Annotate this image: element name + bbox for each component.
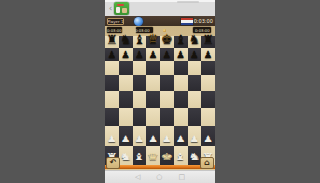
- black-knight: ♞: [120, 33, 132, 46]
- opponent-bar: Player 1 0:03:00: [105, 16, 215, 26]
- square-a4[interactable]: [105, 91, 119, 108]
- square-g8[interactable]: ♞: [188, 36, 202, 48]
- black-pawn: ♟: [149, 50, 158, 60]
- square-h8[interactable]: ♜: [201, 36, 215, 48]
- white-pawn: ♟: [162, 135, 172, 144]
- white-pawn: ♟: [134, 135, 144, 144]
- nav-recents-icon[interactable]: □: [178, 174, 185, 181]
- square-d3[interactable]: [146, 108, 160, 127]
- square-g7[interactable]: ♟: [188, 48, 202, 61]
- black-pawn: ♟: [204, 50, 213, 60]
- black-rook: ♜: [202, 33, 214, 46]
- undo-button[interactable]: ↶: [106, 157, 120, 169]
- app-logo-detail: [122, 8, 127, 13]
- square-b7[interactable]: ♟: [119, 48, 133, 61]
- square-b8[interactable]: ♞: [119, 36, 133, 48]
- move-timer-chip: 0:03:00: [136, 27, 153, 33]
- square-f5[interactable]: [174, 75, 188, 91]
- white-pawn: ♟: [148, 135, 158, 144]
- white-clock-chip: 0:03:00: [107, 27, 122, 33]
- white-bishop: ♝: [133, 152, 146, 162]
- square-e2[interactable]: ♟: [160, 126, 174, 146]
- status-bar-text: [177, 1, 199, 3]
- square-f8[interactable]: ♝: [174, 36, 188, 48]
- square-e5[interactable]: [160, 75, 174, 91]
- white-pawn: ♟: [121, 135, 131, 144]
- board-rank-2: ♟♟♟♟♟♟♟♟: [105, 126, 215, 146]
- square-a8[interactable]: ♜: [105, 36, 119, 48]
- gold-piece-icon: [163, 29, 166, 32]
- square-c8[interactable]: ♝: [133, 36, 147, 48]
- white-bishop: ♝: [174, 152, 187, 162]
- square-b5[interactable]: [119, 75, 133, 91]
- board-rank-1: ♜♞♝♛♚♝♞♜: [105, 146, 215, 166]
- square-e4[interactable]: [160, 91, 174, 108]
- white-pawn: ♟: [107, 135, 117, 144]
- square-g3[interactable]: [188, 108, 202, 127]
- square-e1[interactable]: ♚: [160, 146, 174, 166]
- opponent-clock: 0:03:00: [193, 18, 213, 25]
- opponent-name: Player 1: [107, 19, 123, 23]
- square-h6[interactable]: [201, 61, 215, 75]
- back-button[interactable]: ‹: [107, 3, 114, 14]
- black-pawn: ♟: [190, 50, 199, 60]
- black-clock-chip: 0:03:00: [193, 27, 211, 33]
- square-e6[interactable]: [160, 61, 174, 75]
- black-rook: ♜: [106, 33, 118, 46]
- android-nav-bar: ◁ ○ □: [105, 170, 215, 183]
- square-g6[interactable]: [188, 61, 202, 75]
- white-knight: ♞: [119, 152, 132, 162]
- square-c4[interactable]: [133, 91, 147, 108]
- square-d2[interactable]: ♟: [146, 126, 160, 146]
- nav-back-icon[interactable]: ◁: [135, 174, 140, 181]
- board-rank-4: [105, 91, 215, 108]
- board-rank-5: [105, 75, 215, 91]
- board-rank-8: ♜♞♝♛♚♝♞♜: [105, 36, 215, 48]
- square-d7[interactable]: ♟: [146, 48, 160, 61]
- white-pawn: ♟: [176, 135, 186, 144]
- square-f6[interactable]: [174, 61, 188, 75]
- square-h7[interactable]: ♟: [201, 48, 215, 61]
- black-queen: ♛: [147, 33, 159, 46]
- square-c3[interactable]: [133, 108, 147, 127]
- square-d8[interactable]: ♛: [146, 36, 160, 48]
- square-a5[interactable]: [105, 75, 119, 91]
- flag-stripe: [181, 23, 193, 25]
- board-rank-3: [105, 108, 215, 127]
- square-b2[interactable]: ♟: [119, 126, 133, 146]
- board-front-rim: [105, 165, 215, 169]
- square-a2[interactable]: ♟: [105, 126, 119, 146]
- square-h2[interactable]: ♟: [201, 126, 215, 146]
- chess-app-screen: ‹ Player 1 0:03:00 0:03:00 0:03:00 0:03:…: [105, 0, 215, 183]
- square-a6[interactable]: [105, 61, 119, 75]
- square-c1[interactable]: ♝: [133, 146, 147, 166]
- white-knight: ♞: [188, 152, 201, 162]
- menu-button[interactable]: ⌂: [200, 157, 214, 169]
- game-scene: 0:03:00 0:03:00 0:03:00 ♜♞♝♛♚♝♞♜♟♟♟♟♟♟♟♟…: [105, 26, 215, 170]
- square-h5[interactable]: [201, 75, 215, 91]
- square-a3[interactable]: [105, 108, 119, 127]
- chess-board: ♜♞♝♛♚♝♞♜♟♟♟♟♟♟♟♟♟♟♟♟♟♟♟♟♜♞♝♛♚♝♞♜: [105, 36, 215, 165]
- square-d5[interactable]: [146, 75, 160, 91]
- square-f3[interactable]: [174, 108, 188, 127]
- square-c5[interactable]: [133, 75, 147, 91]
- black-knight: ♞: [189, 33, 201, 46]
- black-pawn: ♟: [162, 50, 171, 60]
- square-c6[interactable]: [133, 61, 147, 75]
- square-f7[interactable]: ♟: [174, 48, 188, 61]
- board-rank-6: [105, 61, 215, 75]
- square-g4[interactable]: [188, 91, 202, 108]
- square-b6[interactable]: [119, 61, 133, 75]
- app-bar: ‹: [105, 0, 215, 16]
- black-bishop: ♝: [134, 33, 146, 46]
- black-pawn: ♟: [176, 50, 185, 60]
- home-icon: ⌂: [204, 159, 210, 167]
- square-c2[interactable]: ♟: [133, 126, 147, 146]
- black-bishop: ♝: [175, 33, 187, 46]
- square-h4[interactable]: [201, 91, 215, 108]
- opponent-nameplate: Player 1: [107, 18, 124, 25]
- square-d6[interactable]: [146, 61, 160, 75]
- app-logo-detail: [116, 7, 120, 13]
- black-pawn: ♟: [107, 50, 116, 60]
- flag-icon: [181, 18, 193, 25]
- white-king: ♚: [161, 152, 174, 162]
- app-logo-detail: [117, 4, 124, 6]
- avatar-icon: [134, 17, 143, 26]
- black-pawn: ♟: [121, 50, 130, 60]
- white-pawn: ♟: [203, 135, 213, 144]
- square-e7[interactable]: ♟: [160, 48, 174, 61]
- black-pawn: ♟: [135, 50, 144, 60]
- nav-home-icon[interactable]: ○: [156, 174, 162, 181]
- square-e8[interactable]: ♚: [160, 36, 174, 48]
- square-h3[interactable]: [201, 108, 215, 127]
- square-f1[interactable]: ♝: [174, 146, 188, 166]
- square-d4[interactable]: [146, 91, 160, 108]
- square-a7[interactable]: ♟: [105, 48, 119, 61]
- square-d1[interactable]: ♛: [146, 146, 160, 166]
- square-g5[interactable]: [188, 75, 202, 91]
- square-e3[interactable]: [160, 108, 174, 127]
- undo-icon: ↶: [110, 159, 117, 167]
- square-f2[interactable]: ♟: [174, 126, 188, 146]
- square-b3[interactable]: [119, 108, 133, 127]
- board-rank-7: ♟♟♟♟♟♟♟♟: [105, 48, 215, 61]
- black-king: ♚: [161, 33, 173, 46]
- app-logo-icon: [114, 2, 129, 15]
- square-b4[interactable]: [119, 91, 133, 108]
- square-f4[interactable]: [174, 91, 188, 108]
- white-pawn: ♟: [189, 135, 199, 144]
- square-c7[interactable]: ♟: [133, 48, 147, 61]
- white-queen: ♛: [147, 152, 160, 162]
- square-b1[interactable]: ♞: [119, 146, 133, 166]
- square-g2[interactable]: ♟: [188, 126, 202, 146]
